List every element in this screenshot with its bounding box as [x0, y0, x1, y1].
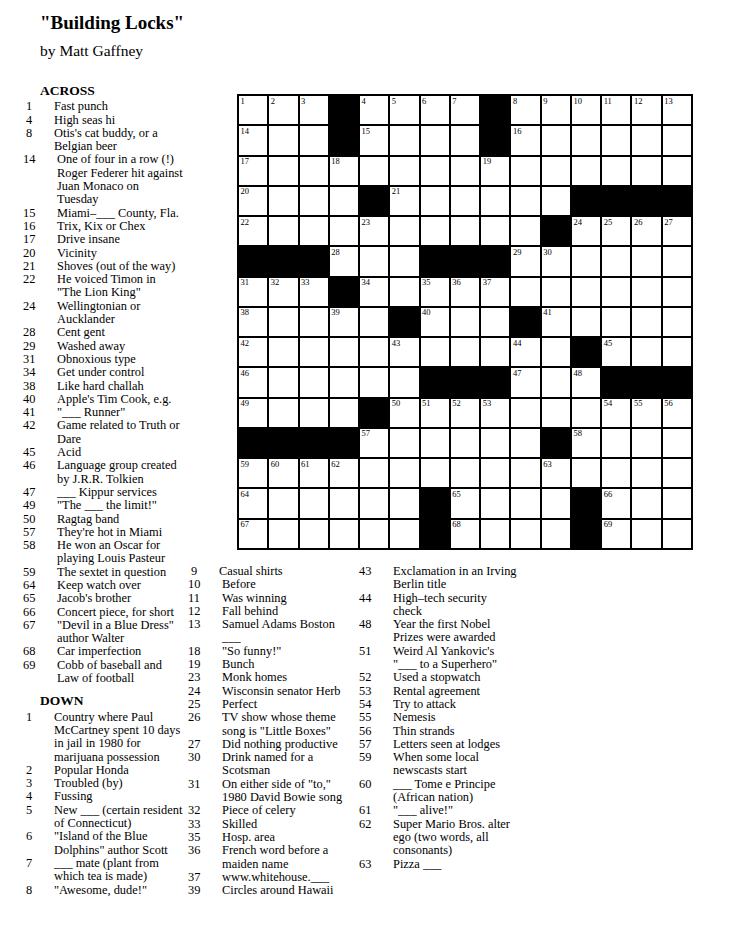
clue-number: 21 — [40, 260, 57, 273]
grid-cell[interactable] — [663, 489, 691, 517]
grid-cell[interactable] — [542, 489, 570, 517]
grid-cell[interactable]: 59 — [239, 459, 267, 487]
grid-cell[interactable] — [542, 520, 570, 548]
grid-cell[interactable] — [330, 520, 358, 548]
grid-cell[interactable] — [300, 126, 328, 154]
grid-cell[interactable] — [511, 278, 539, 306]
grid-cell[interactable] — [300, 489, 328, 517]
cell-number: 20 — [241, 186, 250, 196]
grid-cell[interactable] — [663, 459, 691, 487]
grid-cell[interactable]: 2 — [269, 96, 297, 124]
grid-cell[interactable]: 64 — [239, 489, 267, 517]
grid-cell[interactable] — [481, 520, 509, 548]
grid-cell[interactable] — [360, 368, 388, 396]
grid-cell[interactable] — [602, 278, 630, 306]
clue-across-49: 49"The ___ the limit!" — [40, 499, 218, 512]
grid-cell[interactable]: 31 — [239, 278, 267, 306]
grid-cell[interactable]: 6 — [421, 96, 449, 124]
cell-number: 3 — [301, 96, 305, 106]
grid-cell[interactable]: 18 — [330, 157, 358, 185]
cell-number: 21 — [392, 186, 401, 196]
clue-across-20: 20Vicinity — [40, 247, 218, 260]
grid-cell[interactable] — [360, 489, 388, 517]
clue-number: 45 — [40, 446, 57, 459]
grid-cell[interactable] — [269, 187, 297, 215]
grid-cell[interactable] — [542, 157, 570, 185]
grid-cell[interactable] — [421, 459, 449, 487]
cell-number: 34 — [362, 277, 371, 287]
cell-number: 53 — [483, 398, 492, 408]
clue-column-left: ACROSS 1Fast punch4High seas hi8Otis's c… — [40, 84, 218, 897]
cell-number: 24 — [573, 217, 582, 227]
grid-cell[interactable] — [511, 429, 539, 457]
grid-cell[interactable] — [572, 459, 600, 487]
clue-number: 24 — [205, 685, 222, 698]
clue-number: 35 — [205, 831, 222, 844]
grid-cell[interactable] — [421, 338, 449, 366]
grid-cell[interactable] — [451, 157, 479, 185]
grid-cell[interactable] — [663, 338, 691, 366]
black-cell — [542, 429, 570, 457]
cell-number: 45 — [604, 338, 613, 348]
cell-number: 1 — [241, 96, 245, 106]
cell-number: 47 — [513, 368, 522, 378]
grid-cell[interactable] — [632, 489, 660, 517]
clue-down-57: 57Letters seen at lodges — [376, 738, 570, 751]
grid-cell[interactable] — [602, 247, 630, 275]
clue-number: 42 — [40, 419, 57, 432]
grid-cell[interactable] — [269, 520, 297, 548]
grid-cell[interactable]: 3 — [300, 96, 328, 124]
grid-cell[interactable] — [632, 429, 660, 457]
grid-cell[interactable] — [542, 399, 570, 427]
puzzle-title: "Building Locks" — [40, 12, 184, 34]
grid-cell[interactable] — [330, 187, 358, 215]
grid-cell[interactable]: 5 — [390, 96, 418, 124]
clue-number: 34 — [40, 366, 57, 379]
grid-cell[interactable] — [451, 429, 479, 457]
grid-cell[interactable] — [390, 368, 418, 396]
black-cell — [269, 429, 297, 457]
cell-number: 19 — [483, 156, 492, 166]
grid-cell[interactable] — [632, 157, 660, 185]
grid-cell[interactable] — [451, 126, 479, 154]
grid-cell[interactable] — [421, 429, 449, 457]
clue-down-35: 35Hosp. area — [205, 831, 377, 844]
grid-cell[interactable]: 66 — [602, 489, 630, 517]
grid-cell[interactable] — [663, 278, 691, 306]
cell-number: 15 — [362, 126, 371, 136]
grid-cell[interactable] — [481, 489, 509, 517]
black-cell — [421, 520, 449, 548]
grid-cell[interactable] — [390, 126, 418, 154]
grid-cell[interactable]: 53 — [481, 399, 509, 427]
grid-cell[interactable] — [602, 459, 630, 487]
grid-cell[interactable]: 7 — [451, 96, 479, 124]
cell-number: 29 — [513, 247, 522, 257]
grid-cell[interactable] — [421, 126, 449, 154]
grid-cell[interactable] — [300, 338, 328, 366]
black-cell — [269, 247, 297, 275]
grid-cell[interactable]: 44 — [511, 338, 539, 366]
grid-cell[interactable] — [602, 308, 630, 336]
grid-cell[interactable]: 48 — [572, 368, 600, 396]
black-cell — [239, 429, 267, 457]
cell-number: 40 — [422, 307, 431, 317]
clue-across-45: 45Acid — [40, 446, 218, 459]
grid-cell[interactable] — [572, 157, 600, 185]
clue-down-19: 19Bunch — [205, 658, 377, 671]
grid-cell[interactable]: 42 — [239, 338, 267, 366]
grid-cell[interactable]: 43 — [390, 338, 418, 366]
grid-cell[interactable] — [632, 247, 660, 275]
grid-cell[interactable]: 15 — [360, 126, 388, 154]
grid-cell[interactable]: 26 — [632, 217, 660, 245]
grid-cell[interactable]: 46 — [239, 368, 267, 396]
grid-cell[interactable]: 29 — [511, 247, 539, 275]
grid-cell[interactable] — [481, 459, 509, 487]
clue-across-15: 15Miami–___ County, Fla. — [40, 207, 218, 220]
grid-cell[interactable]: 61 — [300, 459, 328, 487]
grid-cell[interactable] — [390, 217, 418, 245]
grid-cell[interactable]: 1 — [239, 96, 267, 124]
clue-number: 59 — [40, 566, 57, 579]
grid-cell[interactable] — [511, 399, 539, 427]
clue-number: 66 — [40, 606, 57, 619]
grid-cell[interactable] — [663, 520, 691, 548]
grid-cell[interactable] — [360, 520, 388, 548]
cell-number: 63 — [543, 459, 552, 469]
clue-across-38: 38Like hard challah — [40, 380, 218, 393]
grid-cell[interactable] — [451, 187, 479, 215]
grid-cell[interactable] — [451, 338, 479, 366]
grid-cell[interactable] — [421, 157, 449, 185]
grid-cell[interactable] — [360, 338, 388, 366]
clue-down-9: 9Casual shirts — [205, 565, 377, 578]
clue-number: 2 — [40, 764, 54, 777]
black-cell — [602, 368, 630, 396]
black-cell — [300, 429, 328, 457]
clue-number: 60 — [376, 778, 393, 791]
grid-cell[interactable] — [542, 187, 570, 215]
grid-cell[interactable] — [511, 157, 539, 185]
grid-cell[interactable]: 23 — [360, 217, 388, 245]
grid-cell[interactable]: 60 — [269, 459, 297, 487]
clue-down-61: 61"___ alive!" — [376, 804, 570, 817]
grid-cell[interactable]: 57 — [360, 429, 388, 457]
cell-number: 28 — [331, 247, 340, 257]
clue-down-26: 26TV show whose theme song is "Little Bo… — [205, 711, 377, 738]
black-cell — [330, 126, 358, 154]
grid-cell[interactable] — [632, 338, 660, 366]
grid-cell[interactable] — [481, 187, 509, 215]
clue-number: 39 — [205, 884, 222, 897]
clue-across-1: 1Fast punch — [40, 100, 218, 113]
grid-cell[interactable] — [451, 217, 479, 245]
grid-cell[interactable] — [390, 247, 418, 275]
grid-cell[interactable]: 9 — [542, 96, 570, 124]
grid-cell[interactable] — [300, 308, 328, 336]
clue-down-43: 43Exclamation in an Irving Berlin title — [376, 565, 570, 592]
clue-down-12: 12Fall behind — [205, 605, 377, 618]
grid-cell[interactable] — [481, 429, 509, 457]
grid-cell[interactable] — [360, 247, 388, 275]
crossword-grid: 1234567891011121314151617181920212223242… — [237, 94, 693, 550]
grid-cell[interactable] — [572, 126, 600, 154]
cell-number: 56 — [664, 398, 673, 408]
grid-cell[interactable]: 17 — [239, 157, 267, 185]
black-cell — [663, 368, 691, 396]
cell-number: 39 — [331, 307, 340, 317]
grid-cell[interactable] — [511, 187, 539, 215]
grid-cell[interactable] — [542, 278, 570, 306]
grid-cell[interactable] — [269, 126, 297, 154]
grid-cell[interactable]: 68 — [451, 520, 479, 548]
cell-number: 36 — [452, 277, 461, 287]
grid-cell[interactable] — [269, 157, 297, 185]
grid-cell[interactable]: 4 — [360, 96, 388, 124]
grid-cell[interactable] — [572, 399, 600, 427]
grid-cell[interactable] — [330, 368, 358, 396]
black-cell — [239, 247, 267, 275]
clue-number: 64 — [40, 579, 57, 592]
clue-down-62: 62Super Mario Bros. alter ego (two words… — [376, 818, 570, 858]
clue-column-right: 43Exclamation in an Irving Berlin title4… — [376, 565, 570, 871]
grid-cell[interactable]: 10 — [572, 96, 600, 124]
grid-cell[interactable]: 16 — [511, 126, 539, 154]
crossword-page: "Building Locks" by Matt Gaffney 1234567… — [0, 0, 735, 952]
grid-cell[interactable]: 62 — [330, 459, 358, 487]
grid-cell[interactable]: 35 — [421, 278, 449, 306]
grid-cell[interactable] — [390, 429, 418, 457]
clue-down-37: 37www.whitehouse.___ — [205, 871, 377, 884]
grid-cell[interactable] — [511, 489, 539, 517]
grid-cell[interactable]: 22 — [239, 217, 267, 245]
grid-cell[interactable]: 13 — [663, 96, 691, 124]
grid-cell[interactable] — [542, 368, 570, 396]
clue-number: 19 — [205, 658, 222, 671]
grid-cell[interactable] — [300, 187, 328, 215]
grid-cell[interactable] — [663, 429, 691, 457]
clue-number: 31 — [205, 778, 222, 791]
black-cell — [421, 247, 449, 275]
grid-cell[interactable] — [542, 338, 570, 366]
grid-cell[interactable] — [330, 489, 358, 517]
black-cell — [451, 368, 479, 396]
grid-cell[interactable] — [481, 308, 509, 336]
grid-cell[interactable]: 45 — [602, 338, 630, 366]
grid-cell[interactable]: 39 — [330, 308, 358, 336]
grid-cell[interactable]: 30 — [542, 247, 570, 275]
grid-cell[interactable]: 32 — [269, 278, 297, 306]
clue-number: 57 — [376, 738, 393, 751]
grid-cell[interactable]: 40 — [421, 308, 449, 336]
grid-cell[interactable] — [451, 459, 479, 487]
clue-number: 68 — [40, 645, 57, 658]
grid-cell[interactable] — [390, 278, 418, 306]
grid-cell[interactable]: 49 — [239, 399, 267, 427]
clue-down-27: 27Did nothing productive — [205, 738, 377, 751]
grid-cell[interactable]: 58 — [572, 429, 600, 457]
grid-cell[interactable]: 33 — [300, 278, 328, 306]
grid-cell[interactable] — [602, 429, 630, 457]
clue-across-41: 41"___ Runner" — [40, 406, 218, 419]
grid-cell[interactable] — [572, 247, 600, 275]
grid-cell[interactable] — [330, 217, 358, 245]
clue-down-25: 25Perfect — [205, 698, 377, 711]
grid-cell[interactable] — [390, 459, 418, 487]
grid-cell[interactable] — [421, 217, 449, 245]
grid-cell[interactable]: 37 — [481, 278, 509, 306]
black-cell — [572, 489, 600, 517]
cell-number: 35 — [422, 277, 431, 287]
grid-cell[interactable] — [269, 399, 297, 427]
grid-cell[interactable] — [632, 520, 660, 548]
grid-cell[interactable] — [300, 217, 328, 245]
grid-cell[interactable] — [632, 278, 660, 306]
grid-cell[interactable]: 47 — [511, 368, 539, 396]
grid-cell[interactable] — [481, 338, 509, 366]
clue-across-21: 21Shoves (out of the way) — [40, 260, 218, 273]
grid-cell[interactable]: 56 — [663, 399, 691, 427]
grid-cell[interactable] — [511, 459, 539, 487]
cell-number: 61 — [301, 459, 310, 469]
grid-cell[interactable] — [663, 126, 691, 154]
grid-cell[interactable]: 21 — [390, 187, 418, 215]
grid-cell[interactable]: 8 — [511, 96, 539, 124]
grid-cell[interactable]: 69 — [602, 520, 630, 548]
grid-cell[interactable] — [572, 278, 600, 306]
grid-cell[interactable]: 55 — [632, 399, 660, 427]
grid-cell[interactable]: 36 — [451, 278, 479, 306]
clue-number: 4 — [40, 790, 54, 803]
grid-cell[interactable] — [632, 459, 660, 487]
clue-number: 3 — [40, 777, 54, 790]
grid-cell[interactable]: 38 — [239, 308, 267, 336]
grid-cell[interactable] — [572, 308, 600, 336]
grid-cell[interactable] — [269, 308, 297, 336]
grid-cell[interactable] — [360, 459, 388, 487]
grid-cell[interactable]: 28 — [330, 247, 358, 275]
grid-cell[interactable] — [269, 368, 297, 396]
grid-cell[interactable] — [542, 126, 570, 154]
grid-cell[interactable]: 54 — [602, 399, 630, 427]
cell-number: 59 — [241, 459, 250, 469]
grid-cell[interactable]: 12 — [632, 96, 660, 124]
clue-across-40: 40Apple's Tim Cook, e.g. — [40, 393, 218, 406]
clue-across-16: 16Trix, Kix or Chex — [40, 220, 218, 233]
grid-cell[interactable] — [360, 157, 388, 185]
grid-cell[interactable]: 52 — [451, 399, 479, 427]
clue-number: 40 — [40, 393, 57, 406]
clue-down-59: 59When some local newscasts start — [376, 751, 570, 778]
clue-number: 46 — [40, 459, 57, 472]
grid-cell[interactable] — [390, 520, 418, 548]
cell-number: 5 — [392, 96, 396, 106]
grid-cell[interactable] — [663, 247, 691, 275]
grid-cell[interactable]: 65 — [451, 489, 479, 517]
grid-cell[interactable] — [602, 157, 630, 185]
grid-cell[interactable]: 67 — [239, 520, 267, 548]
grid-cell[interactable]: 63 — [542, 459, 570, 487]
cell-number: 66 — [604, 489, 613, 499]
grid-cell[interactable] — [300, 520, 328, 548]
black-cell — [330, 278, 358, 306]
clue-across-58: 58He won an Oscar for playing Louis Past… — [40, 539, 218, 566]
grid-cell[interactable] — [481, 217, 509, 245]
grid-cell[interactable] — [390, 489, 418, 517]
clue-number: 43 — [376, 565, 393, 578]
grid-cell[interactable] — [300, 399, 328, 427]
grid-cell[interactable]: 11 — [602, 96, 630, 124]
grid-cell[interactable]: 25 — [602, 217, 630, 245]
clue-number: 29 — [40, 340, 57, 353]
cell-number: 16 — [513, 126, 522, 136]
grid-cell[interactable] — [602, 126, 630, 154]
grid-cell[interactable] — [511, 217, 539, 245]
clue-across-24: 24Wellingtonian or Aucklander — [40, 300, 218, 327]
clue-across-42: 42Game related to Truth or Dare — [40, 419, 218, 446]
grid-cell[interactable]: 24 — [572, 217, 600, 245]
grid-cell[interactable] — [330, 399, 358, 427]
clue-down-23: 23Monk homes — [205, 671, 377, 684]
grid-cell[interactable] — [632, 126, 660, 154]
clue-number: 58 — [40, 539, 57, 552]
clue-down-36: 36French word before a maiden name — [205, 844, 377, 871]
grid-cell[interactable]: 34 — [360, 278, 388, 306]
cell-number: 12 — [634, 96, 643, 106]
clue-number: 37 — [205, 871, 222, 884]
grid-cell[interactable]: 51 — [421, 399, 449, 427]
clue-number: 47 — [40, 486, 57, 499]
clue-down-39: 39Circles around Hawaii — [205, 884, 377, 897]
grid-cell[interactable] — [663, 308, 691, 336]
grid-cell[interactable] — [390, 157, 418, 185]
grid-cell[interactable] — [451, 308, 479, 336]
grid-cell[interactable] — [663, 157, 691, 185]
grid-cell[interactable] — [632, 308, 660, 336]
cell-number: 17 — [241, 156, 250, 166]
grid-cell[interactable] — [269, 489, 297, 517]
grid-cell[interactable] — [300, 368, 328, 396]
clue-across-31: 31Obnoxious type — [40, 353, 218, 366]
grid-cell[interactable]: 14 — [239, 126, 267, 154]
grid-cell[interactable] — [360, 308, 388, 336]
grid-cell[interactable] — [421, 187, 449, 215]
grid-cell[interactable]: 20 — [239, 187, 267, 215]
grid-cell[interactable]: 19 — [481, 157, 509, 185]
cell-number: 23 — [362, 217, 371, 227]
grid-cell[interactable]: 41 — [542, 308, 570, 336]
grid-cell[interactable] — [269, 338, 297, 366]
clue-number: 23 — [205, 671, 222, 684]
grid-cell[interactable]: 27 — [663, 217, 691, 245]
clue-down-55: 55Nemesis — [376, 711, 570, 724]
clue-number: 28 — [40, 326, 57, 339]
grid-cell[interactable] — [330, 338, 358, 366]
black-cell — [360, 187, 388, 215]
clue-down-52: 52Used a stopwatch — [376, 671, 570, 684]
cell-number: 11 — [604, 96, 612, 106]
cell-number: 62 — [331, 459, 340, 469]
cell-number: 31 — [241, 277, 250, 287]
clue-number: 49 — [40, 499, 57, 512]
grid-cell[interactable] — [300, 157, 328, 185]
cell-number: 30 — [543, 247, 552, 257]
grid-cell[interactable] — [511, 520, 539, 548]
grid-cell[interactable]: 50 — [390, 399, 418, 427]
grid-cell[interactable] — [269, 217, 297, 245]
